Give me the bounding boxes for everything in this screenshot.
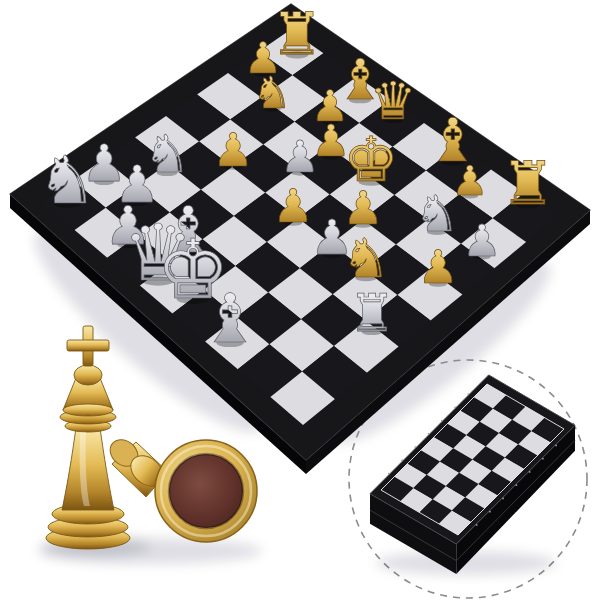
piece-gold-queen-d8: ♛: [370, 71, 417, 131]
piece-gold-knight-g4: ♞: [342, 227, 390, 290]
piece-gold-pawn-h5: ♟: [417, 240, 458, 294]
piece-silver-bishop-f1: ♝: [200, 279, 261, 358]
piece-silver-knight-g6: ♞: [415, 185, 460, 243]
piece-silver-knight-a1: ♞: [37, 142, 96, 219]
piece-gold-pawn-d5: ♟: [272, 179, 313, 233]
piece-silver-pawn-c6: ♟: [280, 131, 319, 182]
product-photo: ABCDEFGH1234567812345678ABCDEFGH♜♟♝♞♛♟♟♝…: [0, 0, 600, 600]
piece-gold-knight-b6: ♞: [252, 67, 291, 118]
scene: ABCDEFGH1234567812345678ABCDEFGH♜♟♝♞♛♟♟♝…: [0, 0, 600, 600]
piece-gold-pawn-b5: ♟: [212, 123, 253, 177]
piece-silver-pawn-h6: ♟: [462, 215, 501, 266]
piece-silver-rook-h3: ♜: [349, 283, 396, 343]
felt-pad: [169, 454, 243, 528]
piece-gold-rook-h8: ♜: [501, 148, 555, 218]
